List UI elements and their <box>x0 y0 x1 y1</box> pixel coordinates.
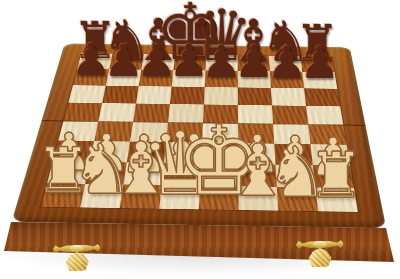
latch-pendant-icon <box>308 248 331 267</box>
square-h2 <box>313 165 354 188</box>
square-b5 <box>98 103 136 122</box>
square-e2 <box>200 163 238 186</box>
square-d2 <box>162 163 201 186</box>
square-e5 <box>203 104 238 123</box>
square-b8 <box>109 54 143 70</box>
square-g3 <box>274 144 313 165</box>
square-f8 <box>238 55 270 71</box>
square-f3 <box>238 143 275 164</box>
square-e7 <box>205 70 238 87</box>
square-a5 <box>63 103 102 122</box>
square-g4 <box>273 124 310 144</box>
square-h8 <box>300 56 334 72</box>
square-c6 <box>136 86 172 104</box>
board-squares <box>41 53 358 212</box>
square-b4 <box>94 122 133 142</box>
square-h6 <box>304 88 340 106</box>
square-c5 <box>133 104 170 123</box>
square-c7 <box>139 70 174 87</box>
square-h7 <box>302 72 337 89</box>
square-e6 <box>204 87 238 105</box>
square-f1 <box>238 186 278 210</box>
square-h5 <box>306 106 343 125</box>
square-e3 <box>201 143 238 164</box>
product-photo: ♜♞♝♚♛♝♞♜♟♟♟♟♟♟♟♟♟♟♟♟♟♟♟♟♜♞♝♛♚♝♞♜ <box>0 0 400 279</box>
square-c1 <box>120 184 162 208</box>
square-b1 <box>80 184 123 208</box>
square-h1 <box>315 187 358 211</box>
square-a6 <box>68 85 105 103</box>
square-c2 <box>123 162 164 185</box>
square-e4 <box>202 123 238 143</box>
square-g5 <box>272 105 308 124</box>
square-c3 <box>127 142 166 163</box>
square-g1 <box>277 187 318 211</box>
square-f2 <box>238 164 277 187</box>
square-h4 <box>308 125 346 145</box>
square-d8 <box>173 54 206 70</box>
square-g7 <box>270 71 304 88</box>
square-a2 <box>47 161 90 184</box>
chess-board <box>11 44 386 229</box>
square-b7 <box>106 69 142 86</box>
square-b3 <box>90 141 130 162</box>
square-b6 <box>102 86 139 104</box>
square-g6 <box>271 88 306 106</box>
square-f4 <box>238 123 274 143</box>
square-a4 <box>58 121 98 141</box>
square-d5 <box>168 104 204 123</box>
square-e8 <box>206 55 238 71</box>
square-f7 <box>238 71 271 88</box>
square-a7 <box>73 69 109 86</box>
square-g2 <box>276 165 316 188</box>
square-e1 <box>199 186 239 210</box>
square-d1 <box>159 185 200 209</box>
square-d6 <box>170 87 205 105</box>
square-a3 <box>53 141 94 162</box>
square-a8 <box>77 53 112 69</box>
square-g8 <box>269 56 302 72</box>
square-f5 <box>238 105 273 124</box>
brass-latch-left <box>53 243 102 272</box>
latch-pendant-icon <box>65 252 89 272</box>
square-f6 <box>238 87 272 105</box>
square-c4 <box>130 122 168 142</box>
square-d4 <box>166 123 203 143</box>
brass-latch-right <box>296 240 344 268</box>
square-c8 <box>141 54 175 70</box>
square-d3 <box>164 142 202 163</box>
square-h3 <box>310 144 350 166</box>
square-d7 <box>172 70 206 87</box>
square-b2 <box>85 162 127 185</box>
square-a1 <box>41 183 85 207</box>
